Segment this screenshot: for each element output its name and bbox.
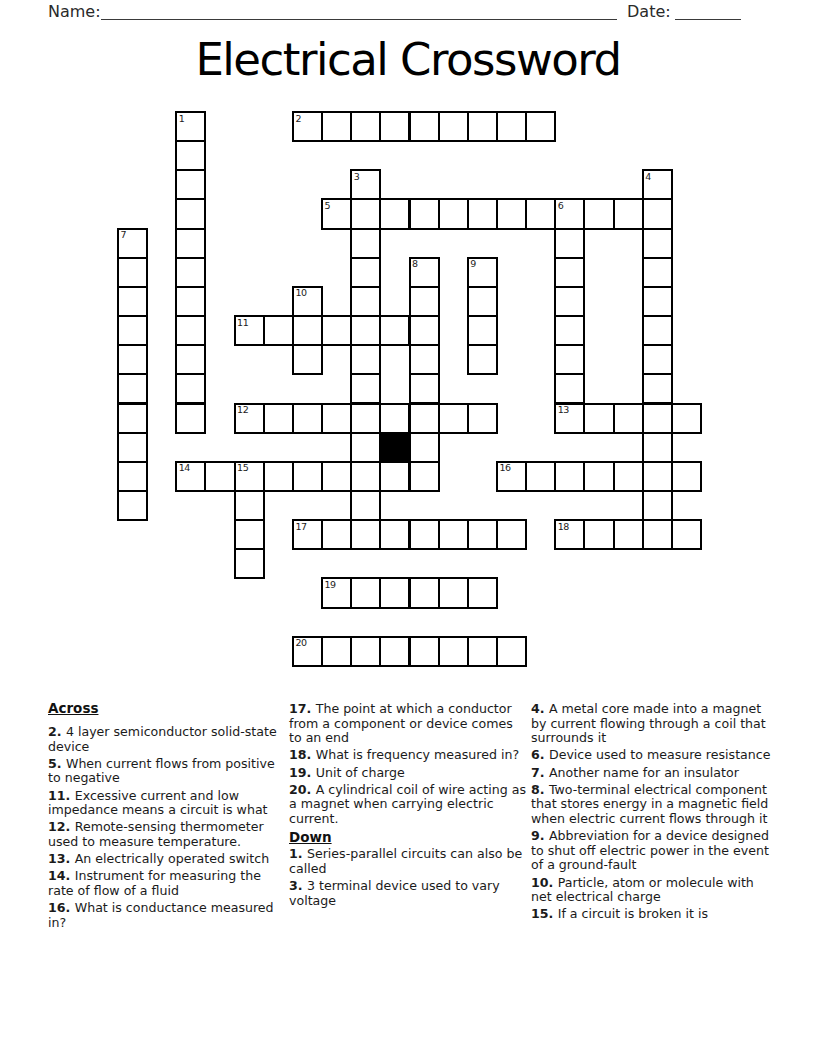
cell-r8c2[interactable] xyxy=(175,344,206,375)
cell-r1c2[interactable] xyxy=(175,140,206,171)
clue-across-11: 11. Excessive current and low impedance … xyxy=(48,789,288,818)
cell-r14c12[interactable] xyxy=(467,519,498,550)
cell-r14c13[interactable] xyxy=(496,519,527,550)
cell-r3c16[interactable] xyxy=(583,198,614,229)
cell-r5c0[interactable] xyxy=(117,257,148,288)
clue-across-13: 13. An electrically operated switch xyxy=(48,852,288,867)
cell-r10c15[interactable]: 13 xyxy=(554,403,585,434)
cell-r12c17[interactable] xyxy=(613,461,644,492)
cell-r8c12[interactable] xyxy=(467,344,498,375)
clue-number: 9 xyxy=(470,259,476,269)
cell-r8c15[interactable] xyxy=(554,344,585,375)
cell-r5c15[interactable] xyxy=(554,257,585,288)
cell-r16c10[interactable] xyxy=(409,577,440,608)
cell-r14c4[interactable] xyxy=(234,519,265,550)
clue-across-18: 18. What is frequency measured in? xyxy=(289,748,529,763)
worksheet-page: Name: Date: Electrical Crossword 1234567… xyxy=(0,0,816,1056)
clue-number: 1 xyxy=(179,114,185,124)
cell-r12c19[interactable] xyxy=(671,461,702,492)
cell-r18c13[interactable] xyxy=(496,636,527,667)
cell-r12c14[interactable] xyxy=(525,461,556,492)
cell-r7c9[interactable] xyxy=(379,315,410,346)
cell-r4c0[interactable]: 7 xyxy=(117,228,148,259)
cell-r6c2[interactable] xyxy=(175,286,206,317)
cell-r14c6[interactable]: 17 xyxy=(292,519,323,550)
page-title: Electrical Crossword xyxy=(0,33,816,86)
cell-r16c9[interactable] xyxy=(379,577,410,608)
cell-r11c18[interactable] xyxy=(642,432,673,463)
cell-r10c4[interactable]: 12 xyxy=(234,403,265,434)
clue-down-10: 10. Particle, atom or molecule with net … xyxy=(531,876,775,905)
black-cell xyxy=(379,432,410,463)
cell-r5c18[interactable] xyxy=(642,257,673,288)
cell-r2c8[interactable]: 3 xyxy=(350,169,381,200)
clue-number: 7 xyxy=(121,230,127,240)
cell-r7c15[interactable] xyxy=(554,315,585,346)
cell-r11c0[interactable] xyxy=(117,432,148,463)
cell-r12c15[interactable] xyxy=(554,461,585,492)
clue-number: 13 xyxy=(558,405,569,415)
cell-r8c10[interactable] xyxy=(409,344,440,375)
clue-across-19: 19. Unit of charge xyxy=(289,766,529,781)
cell-r9c18[interactable] xyxy=(642,373,673,404)
cell-r14c8[interactable] xyxy=(350,519,381,550)
clues-column-1: Across2. 4 layer semiconductor solid-sta… xyxy=(48,700,288,933)
cell-r13c0[interactable] xyxy=(117,490,148,521)
clue-number: 12 xyxy=(237,405,248,415)
cell-r10c10[interactable] xyxy=(409,403,440,434)
cell-r7c18[interactable] xyxy=(642,315,673,346)
cell-r10c6[interactable] xyxy=(292,403,323,434)
cell-r12c18[interactable] xyxy=(642,461,673,492)
cell-r18c8[interactable] xyxy=(350,636,381,667)
clues-column-3: 4. A metal core made into a magnet by cu… xyxy=(531,702,775,924)
cell-r12c9[interactable] xyxy=(379,461,410,492)
cell-r10c7[interactable] xyxy=(321,403,352,434)
date-label: Date: xyxy=(627,2,671,21)
cell-r12c4[interactable]: 15 xyxy=(234,461,265,492)
cell-r8c6[interactable] xyxy=(292,344,323,375)
cell-r0c12[interactable] xyxy=(467,111,498,142)
cell-r14c10[interactable] xyxy=(409,519,440,550)
cell-r3c14[interactable] xyxy=(525,198,556,229)
clue-number: 8 xyxy=(412,259,418,269)
clue-number: 2 xyxy=(295,114,301,124)
clue-number: 11 xyxy=(237,318,248,328)
cell-r14c16[interactable] xyxy=(583,519,614,550)
cell-r15c4[interactable] xyxy=(234,548,265,579)
cell-r10c11[interactable] xyxy=(438,403,469,434)
clues-down-heading: Down xyxy=(289,829,529,845)
cell-r10c2[interactable] xyxy=(175,403,206,434)
cell-r3c11[interactable] xyxy=(438,198,469,229)
cell-r0c13[interactable] xyxy=(496,111,527,142)
cell-r5c8[interactable] xyxy=(350,257,381,288)
cell-r12c6[interactable] xyxy=(292,461,323,492)
clue-number: 19 xyxy=(325,580,336,590)
cell-r16c11[interactable] xyxy=(438,577,469,608)
cell-r5c10[interactable]: 8 xyxy=(409,257,440,288)
cell-r7c10[interactable] xyxy=(409,315,440,346)
cell-r12c5[interactable] xyxy=(263,461,294,492)
cell-r12c0[interactable] xyxy=(117,461,148,492)
clue-number: 17 xyxy=(295,522,306,532)
cell-r3c7[interactable]: 5 xyxy=(321,198,352,229)
cell-r13c18[interactable] xyxy=(642,490,673,521)
cell-r12c16[interactable] xyxy=(583,461,614,492)
cell-r16c8[interactable] xyxy=(350,577,381,608)
cell-r18c9[interactable] xyxy=(379,636,410,667)
cell-r12c7[interactable] xyxy=(321,461,352,492)
cell-r7c2[interactable] xyxy=(175,315,206,346)
cell-r3c17[interactable] xyxy=(613,198,644,229)
clue-down-8: 8. Two-terminal electrical component tha… xyxy=(531,783,775,827)
cell-r13c8[interactable] xyxy=(350,490,381,521)
cell-r12c10[interactable] xyxy=(409,461,440,492)
clue-down-4: 4. A metal core made into a magnet by cu… xyxy=(531,702,775,746)
cell-r12c13[interactable]: 16 xyxy=(496,461,527,492)
cell-r0c14[interactable] xyxy=(525,111,556,142)
cell-r3c18[interactable] xyxy=(642,198,673,229)
cell-r3c10[interactable] xyxy=(409,198,440,229)
cell-r0c10[interactable] xyxy=(409,111,440,142)
cell-r8c18[interactable] xyxy=(642,344,673,375)
cell-r8c0[interactable] xyxy=(117,344,148,375)
cell-r16c12[interactable] xyxy=(467,577,498,608)
cell-r9c10[interactable] xyxy=(409,373,440,404)
clue-down-6: 6. Device used to measure resistance xyxy=(531,748,775,763)
cell-r4c15[interactable] xyxy=(554,228,585,259)
cell-r0c11[interactable] xyxy=(438,111,469,142)
cell-r14c17[interactable] xyxy=(613,519,644,550)
cell-r10c9[interactable] xyxy=(379,403,410,434)
cell-r10c8[interactable] xyxy=(350,403,381,434)
cell-r10c0[interactable] xyxy=(117,403,148,434)
cell-r18c6[interactable]: 20 xyxy=(292,636,323,667)
cell-r7c7[interactable] xyxy=(321,315,352,346)
cell-r10c19[interactable] xyxy=(671,403,702,434)
cell-r4c2[interactable] xyxy=(175,228,206,259)
cell-r3c9[interactable] xyxy=(379,198,410,229)
clue-across-14: 14. Instrument for measuring the rate of… xyxy=(48,869,288,898)
clue-number: 15 xyxy=(237,463,248,473)
cell-r6c18[interactable] xyxy=(642,286,673,317)
clue-across-5: 5. When current flows from positive to n… xyxy=(48,757,288,786)
cell-r18c12[interactable] xyxy=(467,636,498,667)
cell-r11c10[interactable] xyxy=(409,432,440,463)
cell-r12c3[interactable] xyxy=(204,461,235,492)
cell-r0c8[interactable] xyxy=(350,111,381,142)
cell-r6c15[interactable] xyxy=(554,286,585,317)
cell-r4c18[interactable] xyxy=(642,228,673,259)
clue-down-15: 15. If a circuit is broken it is xyxy=(531,907,775,922)
cell-r10c18[interactable] xyxy=(642,403,673,434)
cell-r6c8[interactable] xyxy=(350,286,381,317)
cell-r14c18[interactable] xyxy=(642,519,673,550)
cell-r10c16[interactable] xyxy=(583,403,614,434)
clue-number: 10 xyxy=(295,288,306,298)
cell-r10c5[interactable] xyxy=(263,403,294,434)
cell-r12c2[interactable]: 14 xyxy=(175,461,206,492)
cell-r0c6[interactable]: 2 xyxy=(292,111,323,142)
cell-r10c17[interactable] xyxy=(613,403,644,434)
cell-r9c8[interactable] xyxy=(350,373,381,404)
cell-r14c15[interactable]: 18 xyxy=(554,519,585,550)
cell-r18c10[interactable] xyxy=(409,636,440,667)
date-blank-line[interactable] xyxy=(675,2,741,20)
clue-down-1: 1. Series-parallel circuits can also be … xyxy=(289,847,529,876)
cell-r0c9[interactable] xyxy=(379,111,410,142)
clue-number: 14 xyxy=(179,463,190,473)
cell-r7c5[interactable] xyxy=(263,315,294,346)
cell-r18c11[interactable] xyxy=(438,636,469,667)
cell-r18c7[interactable] xyxy=(321,636,352,667)
clue-across-12: 12. Remote-sensing thermometer used to m… xyxy=(48,820,288,849)
cell-r9c15[interactable] xyxy=(554,373,585,404)
cell-r7c8[interactable] xyxy=(350,315,381,346)
clue-down-9: 9. Abbreviation for a device designed to… xyxy=(531,829,775,873)
cell-r7c4[interactable]: 11 xyxy=(234,315,265,346)
cell-r9c2[interactable] xyxy=(175,373,206,404)
clues-column-2: 17. The point at which a conductor from … xyxy=(289,702,529,911)
cell-r3c13[interactable] xyxy=(496,198,527,229)
clue-across-2: 2. 4 layer semiconductor solid-state dev… xyxy=(48,725,288,754)
cell-r6c12[interactable] xyxy=(467,286,498,317)
cell-r3c8[interactable] xyxy=(350,198,381,229)
clue-number: 18 xyxy=(558,522,569,532)
name-label: Name: xyxy=(48,2,101,21)
cell-r16c7[interactable]: 19 xyxy=(321,577,352,608)
clues-across-heading: Across xyxy=(48,700,288,716)
cell-r4c8[interactable] xyxy=(350,228,381,259)
cell-r0c7[interactable] xyxy=(321,111,352,142)
cell-r10c12[interactable] xyxy=(467,403,498,434)
cell-r14c19[interactable] xyxy=(671,519,702,550)
cell-r8c8[interactable] xyxy=(350,344,381,375)
cell-r5c2[interactable] xyxy=(175,257,206,288)
cell-r7c0[interactable] xyxy=(117,315,148,346)
cell-r7c12[interactable] xyxy=(467,315,498,346)
clue-down-7: 7. Another name for an insulator xyxy=(531,766,775,781)
cell-r11c8[interactable] xyxy=(350,432,381,463)
clue-across-20: 20. A cylindrical coil of wire acting as… xyxy=(289,783,529,827)
cell-r12c8[interactable] xyxy=(350,461,381,492)
cell-r3c12[interactable] xyxy=(467,198,498,229)
cell-r14c7[interactable] xyxy=(321,519,352,550)
cell-r5c12[interactable]: 9 xyxy=(467,257,498,288)
cell-r14c9[interactable] xyxy=(379,519,410,550)
cell-r6c6[interactable]: 10 xyxy=(292,286,323,317)
clue-number: 16 xyxy=(499,463,510,473)
clue-number: 3 xyxy=(354,172,360,182)
cell-r2c2[interactable] xyxy=(175,169,206,200)
cell-r14c11[interactable] xyxy=(438,519,469,550)
clue-down-3: 3. 3 terminal device used to vary voltag… xyxy=(289,879,529,908)
cell-r13c4[interactable] xyxy=(234,490,265,521)
name-blank-line[interactable] xyxy=(101,2,617,20)
cell-r9c0[interactable] xyxy=(117,373,148,404)
cell-r6c10[interactable] xyxy=(409,286,440,317)
cell-r0c2[interactable]: 1 xyxy=(175,111,206,142)
cell-r6c0[interactable] xyxy=(117,286,148,317)
clue-across-17: 17. The point at which a conductor from … xyxy=(289,702,529,746)
cell-r7c6[interactable] xyxy=(292,315,323,346)
clue-across-16: 16. What is conductance measured in? xyxy=(48,901,288,930)
cell-r2c18[interactable]: 4 xyxy=(642,169,673,200)
clue-number: 5 xyxy=(325,201,331,211)
clue-number: 4 xyxy=(645,172,651,182)
crossword-grid: 1234567891011121314151617181920 xyxy=(117,111,703,667)
cell-r3c15[interactable]: 6 xyxy=(554,198,585,229)
cell-r3c2[interactable] xyxy=(175,198,206,229)
clue-number: 20 xyxy=(295,638,306,648)
clue-number: 6 xyxy=(558,201,564,211)
